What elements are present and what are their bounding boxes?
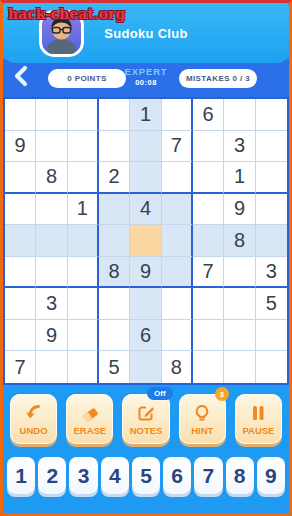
- sudoku-cell[interactable]: 9: [224, 194, 255, 226]
- sudoku-cell[interactable]: [36, 194, 67, 226]
- sudoku-cell[interactable]: [193, 288, 224, 320]
- sudoku-cell[interactable]: [68, 320, 99, 352]
- sudoku-cell[interactable]: [193, 131, 224, 163]
- sudoku-cell[interactable]: 7: [193, 257, 224, 289]
- lightbulb-icon: [192, 403, 212, 423]
- sudoku-cell[interactable]: [68, 162, 99, 194]
- sudoku-cell[interactable]: [130, 351, 161, 383]
- erase-label: ERASE: [73, 425, 106, 436]
- pencil-icon: [136, 403, 156, 423]
- sudoku-cell[interactable]: [162, 162, 193, 194]
- notes-badge: Off: [147, 387, 173, 400]
- sudoku-cell[interactable]: [68, 257, 99, 289]
- sudoku-cell[interactable]: [256, 351, 287, 383]
- sudoku-cell[interactable]: 8: [99, 257, 130, 289]
- sudoku-cell[interactable]: [5, 194, 36, 226]
- sudoku-cell[interactable]: [99, 320, 130, 352]
- toolbar: UNDO ERASE Off NOTES 3: [10, 394, 282, 444]
- numpad-button-4[interactable]: 4: [101, 457, 129, 494]
- sudoku-cell[interactable]: [256, 320, 287, 352]
- undo-icon: [24, 403, 44, 423]
- sudoku-cell[interactable]: [68, 351, 99, 383]
- sudoku-cell[interactable]: [162, 288, 193, 320]
- sudoku-cell[interactable]: 1: [224, 162, 255, 194]
- sudoku-cell[interactable]: [36, 131, 67, 163]
- sudoku-cell[interactable]: 9: [130, 257, 161, 289]
- sudoku-cell[interactable]: 1: [130, 99, 161, 131]
- sudoku-cell[interactable]: 1: [68, 194, 99, 226]
- sudoku-cell[interactable]: 8: [162, 351, 193, 383]
- sudoku-cell[interactable]: [99, 131, 130, 163]
- eraser-icon: [80, 403, 100, 423]
- sudoku-cell[interactable]: [36, 225, 67, 257]
- sudoku-board: 16973821149889733596758: [3, 97, 289, 385]
- sudoku-cell[interactable]: 7: [5, 351, 36, 383]
- numpad-button-6[interactable]: 6: [163, 457, 191, 494]
- sudoku-cell[interactable]: 8: [36, 162, 67, 194]
- sudoku-cell[interactable]: 3: [36, 288, 67, 320]
- numpad-button-1[interactable]: 1: [7, 457, 35, 494]
- sudoku-cell[interactable]: [224, 288, 255, 320]
- numpad: 123456789: [7, 457, 285, 494]
- sudoku-cell[interactable]: [68, 225, 99, 257]
- sudoku-cell[interactable]: [224, 351, 255, 383]
- sudoku-cell[interactable]: [224, 99, 255, 131]
- sudoku-cell[interactable]: [5, 320, 36, 352]
- sudoku-cell[interactable]: [193, 225, 224, 257]
- sudoku-cell[interactable]: [162, 225, 193, 257]
- undo-label: UNDO: [20, 425, 48, 436]
- sudoku-cell[interactable]: [5, 225, 36, 257]
- undo-button[interactable]: UNDO: [10, 394, 57, 444]
- sudoku-cell[interactable]: [68, 131, 99, 163]
- hint-label: HINT: [191, 425, 213, 436]
- sudoku-cell[interactable]: [99, 99, 130, 131]
- sudoku-cell[interactable]: 7: [162, 131, 193, 163]
- sudoku-cell[interactable]: [68, 99, 99, 131]
- pause-button[interactable]: PAUSE: [235, 394, 282, 444]
- sudoku-cell[interactable]: 6: [130, 320, 161, 352]
- sudoku-cell[interactable]: 8: [224, 225, 255, 257]
- hint-badge: 3: [215, 387, 229, 401]
- sudoku-cell[interactable]: 4: [130, 194, 161, 226]
- sudoku-cell[interactable]: [193, 162, 224, 194]
- sudoku-cell[interactable]: [68, 288, 99, 320]
- notes-button[interactable]: Off NOTES: [122, 394, 169, 444]
- sudoku-cell[interactable]: [224, 320, 255, 352]
- sudoku-cell[interactable]: [256, 131, 287, 163]
- sudoku-cell[interactable]: 3: [256, 257, 287, 289]
- numpad-button-5[interactable]: 5: [132, 457, 160, 494]
- sudoku-cell[interactable]: [5, 99, 36, 131]
- sudoku-cell[interactable]: [5, 288, 36, 320]
- sudoku-cell[interactable]: [36, 99, 67, 131]
- sudoku-cell[interactable]: [36, 351, 67, 383]
- sudoku-cell[interactable]: [256, 162, 287, 194]
- numpad-button-7[interactable]: 7: [194, 457, 222, 494]
- hint-button[interactable]: 3 HINT: [179, 394, 226, 444]
- pause-icon: [248, 403, 268, 423]
- sudoku-cell[interactable]: [130, 288, 161, 320]
- sudoku-cell[interactable]: 9: [5, 131, 36, 163]
- page-title: Sudoku Club: [3, 26, 289, 41]
- sudoku-cell[interactable]: 5: [256, 288, 287, 320]
- sudoku-cell[interactable]: [193, 320, 224, 352]
- sudoku-cell[interactable]: [224, 257, 255, 289]
- mistakes-pill: MISTAKES 0 / 3: [179, 69, 257, 88]
- sudoku-cell[interactable]: [256, 225, 287, 257]
- sudoku-cell[interactable]: [130, 131, 161, 163]
- sudoku-cell[interactable]: 2: [99, 162, 130, 194]
- numpad-button-8[interactable]: 8: [226, 457, 254, 494]
- sudoku-cell[interactable]: 9: [36, 320, 67, 352]
- sudoku-cell[interactable]: [162, 257, 193, 289]
- sudoku-cell[interactable]: [193, 194, 224, 226]
- erase-button[interactable]: ERASE: [66, 394, 113, 444]
- sudoku-cell[interactable]: [130, 225, 161, 257]
- pause-label: PAUSE: [242, 425, 274, 436]
- app-screen: hack-cheat.org Sudoku Club 0 POINTS EXPE…: [0, 0, 292, 516]
- sudoku-cell[interactable]: [36, 257, 67, 289]
- header: Sudoku Club: [3, 2, 289, 63]
- sudoku-cell[interactable]: [162, 194, 193, 226]
- notes-label: NOTES: [130, 425, 163, 436]
- sudoku-cell[interactable]: 6: [193, 99, 224, 131]
- sudoku-cell[interactable]: [162, 99, 193, 131]
- sudoku-cell[interactable]: [99, 288, 130, 320]
- sudoku-cell[interactable]: [162, 320, 193, 352]
- sudoku-cell[interactable]: [256, 99, 287, 131]
- sudoku-cell[interactable]: [193, 351, 224, 383]
- sudoku-cell[interactable]: 5: [99, 351, 130, 383]
- numpad-button-9[interactable]: 9: [257, 457, 285, 494]
- sudoku-cell[interactable]: [99, 194, 130, 226]
- sudoku-cell[interactable]: [99, 225, 130, 257]
- sudoku-cell[interactable]: [5, 257, 36, 289]
- sudoku-cell[interactable]: [5, 162, 36, 194]
- numpad-button-3[interactable]: 3: [69, 457, 97, 494]
- numpad-button-2[interactable]: 2: [38, 457, 66, 494]
- sudoku-cell[interactable]: [130, 162, 161, 194]
- sudoku-cell[interactable]: 3: [224, 131, 255, 163]
- sudoku-cell[interactable]: [256, 194, 287, 226]
